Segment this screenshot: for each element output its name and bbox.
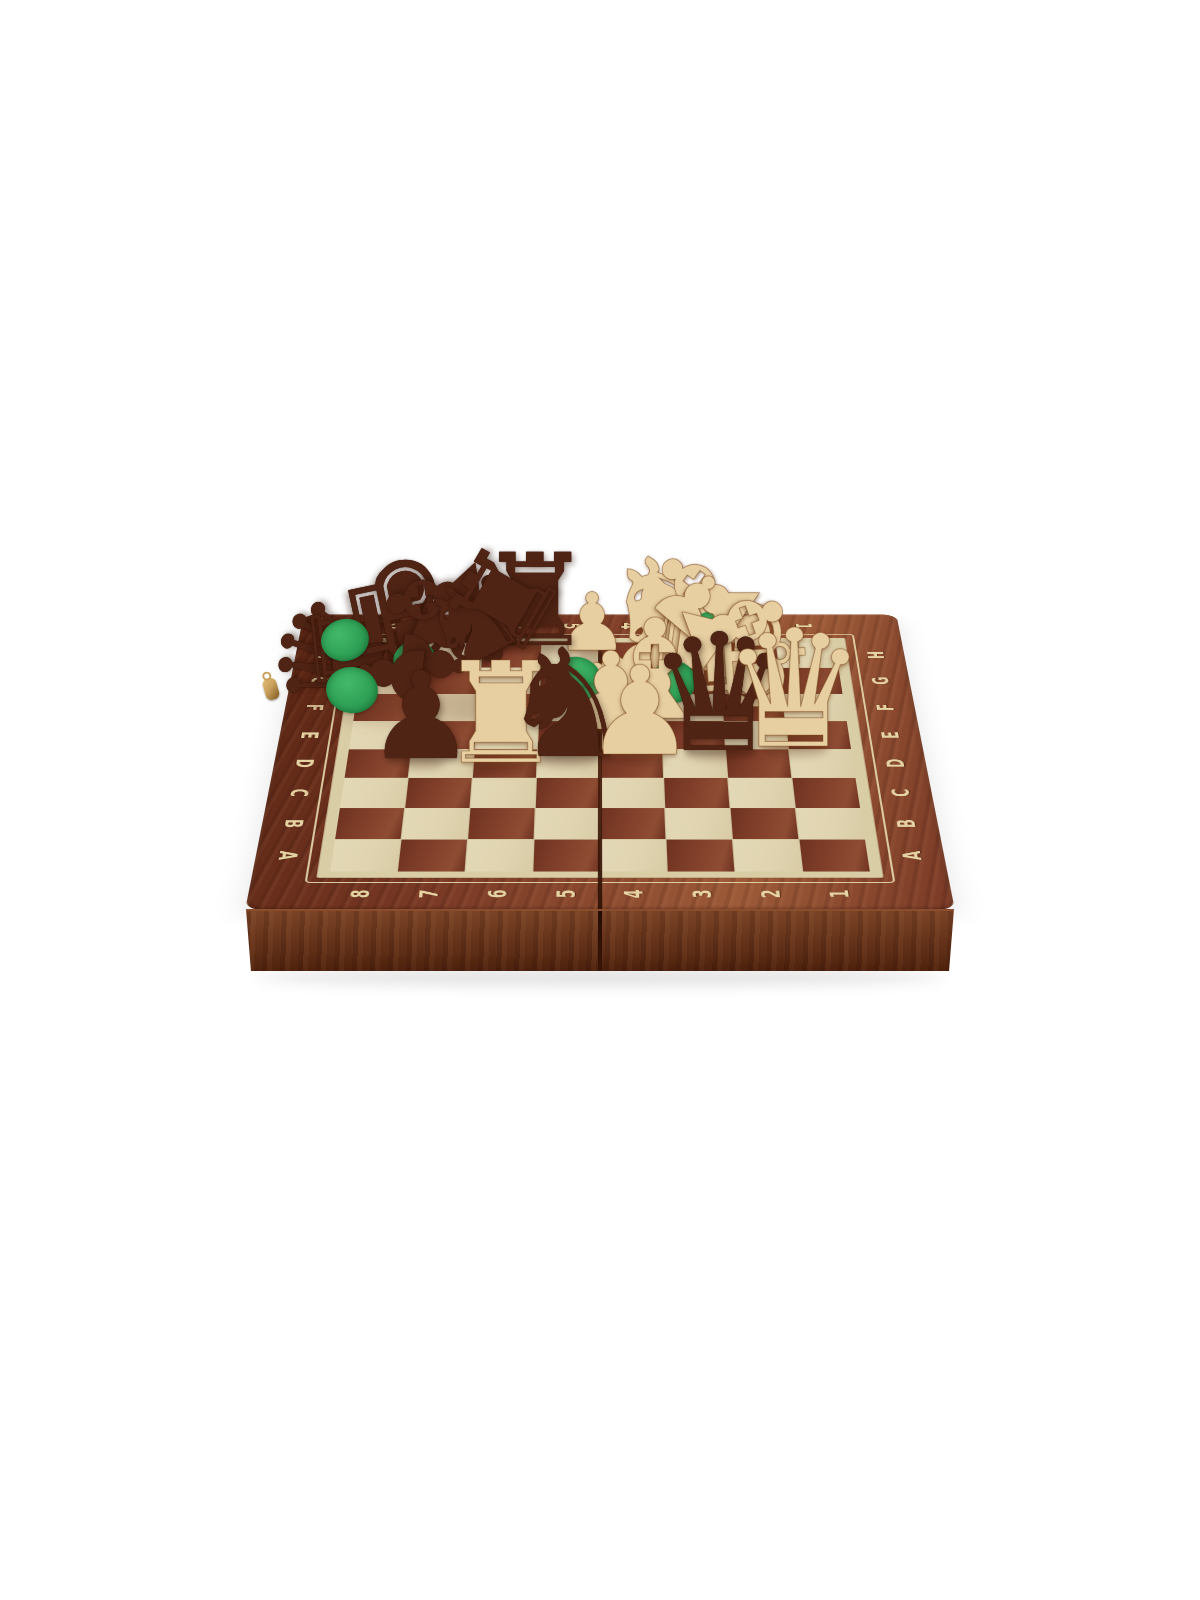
square-b1[interactable] (796, 808, 865, 839)
file-label: F (872, 704, 899, 711)
square-a1[interactable] (800, 840, 870, 872)
square-b8[interactable] (335, 808, 404, 839)
file-label: C (285, 789, 313, 797)
page: HGFEDCBA HGFEDCBA 87654321 87654321 ♟♜♞♟… (0, 0, 1200, 1600)
chess-set-photo: HGFEDCBA HGFEDCBA 87654321 87654321 ♟♜♞♟… (0, 0, 1200, 1600)
square-a4[interactable] (601, 840, 668, 872)
square-a7[interactable] (398, 840, 467, 872)
ground-shadow (255, 969, 945, 985)
rank-label: 5 (552, 890, 580, 899)
file-label: B (892, 819, 921, 828)
rank-label: 8 (346, 890, 375, 899)
square-b3[interactable] (666, 808, 732, 839)
file-label: B (279, 819, 308, 828)
file-label: G (868, 677, 894, 685)
file-label: C (887, 789, 915, 797)
square-a8[interactable] (330, 840, 400, 872)
rank-label: 3 (688, 890, 717, 899)
file-label: D (290, 759, 318, 768)
file-label: H (863, 651, 889, 659)
rank-label: 2 (756, 890, 785, 899)
rank-label: 7 (415, 890, 444, 899)
file-label: E (296, 731, 323, 738)
square-b2[interactable] (731, 808, 799, 839)
square-b6[interactable] (468, 808, 534, 839)
file-label: D (882, 759, 910, 768)
square-b5[interactable] (534, 808, 599, 839)
file-label: E (877, 731, 904, 738)
square-a2[interactable] (733, 840, 802, 872)
rank-label: 1 (824, 890, 853, 899)
box-fold-seam (598, 911, 602, 971)
rank-label: 4 (620, 890, 648, 899)
square-a3[interactable] (667, 840, 735, 872)
square-b7[interactable] (401, 808, 469, 839)
square-a6[interactable] (465, 840, 533, 872)
piece-light-queen-standing[interactable]: ♛ (721, 608, 867, 771)
file-label: A (897, 851, 926, 860)
box-front-side (246, 909, 954, 971)
square-a5[interactable] (533, 840, 600, 872)
rank-label: 6 (483, 890, 512, 899)
file-label: A (273, 851, 302, 860)
square-b4[interactable] (601, 808, 666, 839)
